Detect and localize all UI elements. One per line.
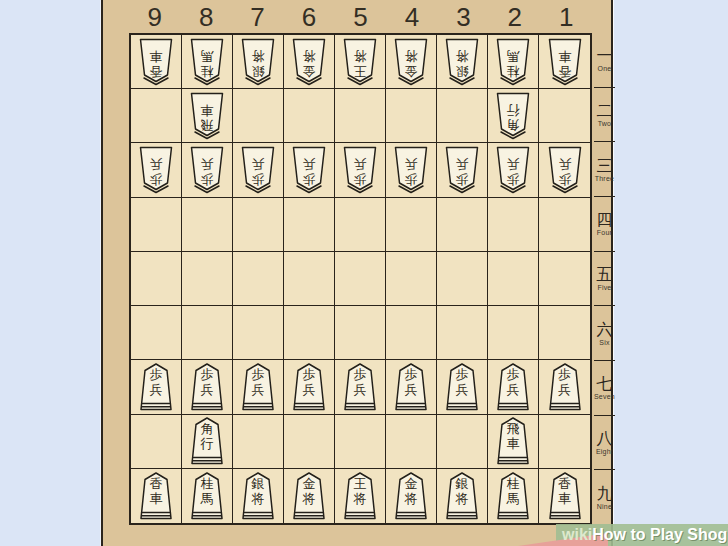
board-cell[interactable]: 歩兵	[131, 143, 182, 197]
board-cell[interactable]	[437, 415, 488, 469]
file-label: 8	[180, 0, 231, 33]
shogi-piece[interactable]: 銀将	[238, 471, 279, 521]
shogi-board-panel: 987654321 香車桂馬銀将金将王将金将銀将桂馬香車飛車角行歩兵歩兵歩兵歩兵…	[101, 0, 613, 546]
shogi-piece[interactable]: 王将	[340, 471, 381, 521]
file-label: 9	[129, 0, 180, 33]
board-cell[interactable]	[131, 306, 182, 360]
board-cell[interactable]: 香車	[539, 469, 590, 523]
shogi-piece[interactable]: 銀将	[442, 37, 483, 87]
board-cell[interactable]	[488, 198, 539, 252]
board-cell[interactable]	[386, 252, 437, 306]
board-cell[interactable]	[335, 198, 386, 252]
board-cell[interactable]: 歩兵	[437, 360, 488, 414]
file-label: 6	[283, 0, 334, 33]
shogi-piece[interactable]: 金将	[289, 471, 330, 521]
shogi-piece[interactable]: 歩兵	[391, 362, 432, 412]
rank-english: Seven	[594, 393, 615, 400]
shogi-piece[interactable]: 歩兵	[442, 145, 483, 195]
board-cell[interactable]	[539, 198, 590, 252]
rank-label: 八Eight	[594, 416, 615, 471]
rank-kanji: 二	[596, 102, 612, 119]
board-cell[interactable]: 角行	[488, 89, 539, 143]
rank-english: Four	[597, 229, 612, 236]
board-cell[interactable]: 王将	[335, 469, 386, 523]
shogi-piece[interactable]: 桂馬	[187, 37, 228, 87]
board-cell[interactable]: 香車	[131, 35, 182, 89]
rank-label: 四Four	[594, 197, 615, 252]
board-cell[interactable]	[233, 252, 284, 306]
board-cell[interactable]	[284, 198, 335, 252]
board-cell[interactable]: 金将	[284, 469, 335, 523]
shogi-piece[interactable]: 金将	[289, 37, 330, 87]
board-cell[interactable]	[437, 198, 488, 252]
shogi-piece[interactable]: 歩兵	[493, 145, 534, 195]
board-cell[interactable]: 歩兵	[488, 143, 539, 197]
shogi-piece[interactable]: 歩兵	[493, 362, 534, 412]
board-cell[interactable]	[437, 252, 488, 306]
board-cell[interactable]: 銀将	[437, 35, 488, 89]
rank-kanji: 三	[596, 157, 612, 174]
board-cell[interactable]: 角行	[182, 415, 233, 469]
board-cell[interactable]: 飛車	[488, 415, 539, 469]
shogi-piece[interactable]: 歩兵	[340, 145, 381, 195]
board-cell[interactable]: 歩兵	[131, 360, 182, 414]
board-grid: 香車桂馬銀将金将王将金将銀将桂馬香車飛車角行歩兵歩兵歩兵歩兵歩兵歩兵歩兵歩兵歩兵…	[129, 33, 592, 525]
board-cell[interactable]	[335, 306, 386, 360]
board-cell[interactable]	[131, 198, 182, 252]
shogi-piece[interactable]: 歩兵	[187, 145, 228, 195]
file-label: 7	[232, 0, 283, 33]
rank-kanji: 一	[596, 47, 612, 64]
file-label: 5	[335, 0, 386, 33]
board-cell[interactable]	[284, 252, 335, 306]
board-cell[interactable]: 歩兵	[284, 360, 335, 414]
file-label: 2	[489, 0, 540, 33]
shogi-piece[interactable]: 歩兵	[340, 362, 381, 412]
board-cell[interactable]	[386, 198, 437, 252]
rank-kanji: 九	[596, 485, 612, 502]
board-cell[interactable]	[284, 89, 335, 143]
board-cell[interactable]: 歩兵	[335, 143, 386, 197]
watermark-title: How to Play Shogi	[592, 526, 728, 544]
shogi-piece[interactable]: 桂馬	[493, 37, 534, 87]
board-cell[interactable]: 金将	[284, 35, 335, 89]
shogi-piece[interactable]: 桂馬	[493, 471, 534, 521]
board-cell[interactable]	[437, 89, 488, 143]
shogi-piece[interactable]: 角行	[493, 91, 534, 141]
shogi-piece[interactable]: 歩兵	[289, 362, 330, 412]
board-cell[interactable]	[539, 89, 590, 143]
rank-english: One	[598, 65, 612, 72]
board-cell[interactable]: 歩兵	[182, 143, 233, 197]
shogi-piece[interactable]: 歩兵	[289, 145, 330, 195]
shogi-piece[interactable]: 香車	[544, 37, 585, 87]
rank-english: Three	[595, 175, 614, 182]
board-cell[interactable]	[131, 252, 182, 306]
shogi-piece[interactable]: 金将	[391, 471, 432, 521]
board-cell[interactable]: 飛車	[182, 89, 233, 143]
board-cell[interactable]	[488, 252, 539, 306]
board-cell[interactable]	[539, 252, 590, 306]
board-cell[interactable]: 歩兵	[488, 360, 539, 414]
board-cell[interactable]: 歩兵	[233, 143, 284, 197]
board-cell[interactable]: 歩兵	[182, 360, 233, 414]
rank-kanji: 七	[596, 375, 612, 392]
rank-label: 一One	[594, 33, 615, 88]
board-cell[interactable]	[284, 415, 335, 469]
rank-label: 三Three	[594, 142, 615, 197]
shogi-piece[interactable]: 銀将	[442, 471, 483, 521]
rank-kanji: 六	[596, 321, 612, 338]
rank-labels: 一One二Two三Three四Four五Five六Six七Seven八Eight…	[594, 33, 614, 525]
board-cell[interactable]	[131, 415, 182, 469]
board-cell[interactable]: 銀将	[233, 469, 284, 523]
board-cell[interactable]	[284, 306, 335, 360]
rank-english: Five	[597, 284, 611, 291]
shogi-piece[interactable]: 王将	[340, 37, 381, 87]
shogi-piece[interactable]: 歩兵	[238, 145, 279, 195]
rank-label: 五Five	[594, 252, 615, 307]
shogi-piece[interactable]: 歩兵	[238, 362, 279, 412]
board-cell[interactable]	[182, 252, 233, 306]
board-cell[interactable]	[131, 89, 182, 143]
file-label: 4	[386, 0, 437, 33]
board-cell[interactable]	[335, 89, 386, 143]
board-cell[interactable]	[539, 306, 590, 360]
file-label: 1	[541, 0, 592, 33]
rank-label: 二Two	[594, 88, 615, 143]
board-cell[interactable]	[335, 252, 386, 306]
shogi-piece[interactable]: 歩兵	[187, 362, 228, 412]
board-cell[interactable]	[335, 415, 386, 469]
board-cell[interactable]	[233, 306, 284, 360]
board-cell[interactable]: 香車	[131, 469, 182, 523]
rank-english: Eight	[596, 448, 613, 455]
rank-english: Two	[598, 120, 611, 127]
board-cell[interactable]: 歩兵	[539, 143, 590, 197]
board-cell[interactable]	[488, 306, 539, 360]
board-cell[interactable]: 歩兵	[233, 360, 284, 414]
page: { "game": "shogi", "position": "lnsgkgsn…	[0, 0, 728, 546]
rank-kanji: 八	[596, 430, 612, 447]
board-cell[interactable]	[539, 415, 590, 469]
board-cell[interactable]: 歩兵	[284, 143, 335, 197]
board-cell[interactable]: 王将	[335, 35, 386, 89]
board-cell[interactable]	[233, 415, 284, 469]
shogi-piece[interactable]: 飛車	[493, 416, 534, 466]
board-cell[interactable]: 香車	[539, 35, 590, 89]
board-cell[interactable]: 歩兵	[386, 360, 437, 414]
shogi-piece[interactable]: 金将	[391, 37, 432, 87]
rank-english: Nine	[597, 503, 612, 510]
board-cell[interactable]: 歩兵	[335, 360, 386, 414]
file-labels: 987654321	[129, 0, 592, 33]
board-cell[interactable]: 歩兵	[539, 360, 590, 414]
board-cell[interactable]	[386, 89, 437, 143]
shogi-piece[interactable]: 歩兵	[544, 145, 585, 195]
shogi-piece[interactable]: 銀将	[238, 37, 279, 87]
shogi-piece[interactable]: 香車	[136, 37, 177, 87]
rank-label: 六Six	[594, 306, 615, 361]
rank-label: 九Nine	[594, 470, 615, 525]
shogi-piece[interactable]: 歩兵	[442, 362, 483, 412]
rank-kanji: 四	[596, 211, 612, 228]
shogi-piece[interactable]: 飛車	[187, 91, 228, 141]
board-cell[interactable]: 桂馬	[182, 469, 233, 523]
shogi-piece[interactable]: 歩兵	[391, 145, 432, 195]
rank-kanji: 五	[596, 266, 612, 283]
board-cell[interactable]	[233, 89, 284, 143]
board-cell[interactable]	[182, 198, 233, 252]
board-cell[interactable]	[182, 306, 233, 360]
shogi-piece[interactable]: 香車	[544, 471, 585, 521]
file-label: 3	[438, 0, 489, 33]
watermark-brand: wiki	[562, 526, 592, 544]
board-cell[interactable]: 金将	[386, 35, 437, 89]
board-cell[interactable]	[233, 198, 284, 252]
board-cell[interactable]	[386, 306, 437, 360]
board-cell[interactable]: 銀将	[437, 469, 488, 523]
shogi-piece[interactable]: 香車	[136, 471, 177, 521]
shogi-piece[interactable]: 桂馬	[187, 471, 228, 521]
shogi-piece[interactable]: 歩兵	[136, 145, 177, 195]
board-cell[interactable]: 桂馬	[182, 35, 233, 89]
watermark: wikiHow to Play Shogi	[562, 524, 728, 546]
shogi-piece[interactable]: 角行	[187, 416, 228, 466]
board-cell[interactable]: 歩兵	[386, 143, 437, 197]
board-cell[interactable]: 桂馬	[488, 35, 539, 89]
board-cell[interactable]: 桂馬	[488, 469, 539, 523]
rank-label: 七Seven	[594, 361, 615, 416]
shogi-piece[interactable]: 歩兵	[544, 362, 585, 412]
board-cell[interactable]	[386, 415, 437, 469]
board-cell[interactable]	[437, 306, 488, 360]
rank-english: Six	[599, 339, 609, 346]
board-cell[interactable]: 金将	[386, 469, 437, 523]
board-cell[interactable]: 歩兵	[437, 143, 488, 197]
shogi-piece[interactable]: 歩兵	[136, 362, 177, 412]
board-cell[interactable]: 銀将	[233, 35, 284, 89]
